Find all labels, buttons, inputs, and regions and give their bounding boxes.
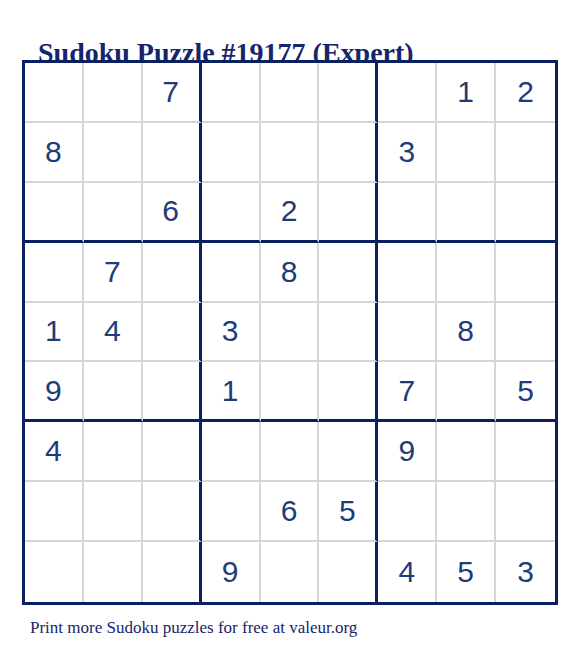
- cell-r2c6: [319, 123, 378, 183]
- cell-r8c2: [84, 482, 143, 542]
- cell-r5c4: 3: [202, 303, 261, 363]
- cell-r5c6: [319, 303, 378, 363]
- cell-r2c3: [143, 123, 202, 183]
- cell-r7c4: [202, 422, 261, 482]
- cell-r2c7: 3: [378, 123, 437, 183]
- cell-r8c9: [496, 482, 555, 542]
- cell-r9c6: [319, 542, 378, 602]
- cell-r4c8: [437, 243, 496, 303]
- cell-r3c4: [202, 183, 261, 243]
- cell-r8c3: [143, 482, 202, 542]
- cell-r1c5: [261, 63, 320, 123]
- cell-r6c9: 5: [496, 362, 555, 422]
- cell-r8c7: [378, 482, 437, 542]
- cell-r5c8: 8: [437, 303, 496, 363]
- cell-r7c3: [143, 422, 202, 482]
- cell-r9c9: 3: [496, 542, 555, 602]
- cell-r1c7: [378, 63, 437, 123]
- cell-r2c9: [496, 123, 555, 183]
- cell-r4c9: [496, 243, 555, 303]
- cell-r3c6: [319, 183, 378, 243]
- cell-r6c4: 1: [202, 362, 261, 422]
- cell-r3c7: [378, 183, 437, 243]
- cell-r7c1: 4: [25, 422, 84, 482]
- cell-r2c8: [437, 123, 496, 183]
- cell-r5c7: [378, 303, 437, 363]
- cell-r5c3: [143, 303, 202, 363]
- cell-r9c7: 4: [378, 542, 437, 602]
- cell-r4c3: [143, 243, 202, 303]
- cell-r3c1: [25, 183, 84, 243]
- cell-r6c3: [143, 362, 202, 422]
- cell-r4c5: 8: [261, 243, 320, 303]
- cell-r1c2: [84, 63, 143, 123]
- cell-r8c5: 6: [261, 482, 320, 542]
- cell-r1c6: [319, 63, 378, 123]
- cell-r5c9: [496, 303, 555, 363]
- cell-r5c1: 1: [25, 303, 84, 363]
- cell-r7c7: 9: [378, 422, 437, 482]
- cell-r2c4: [202, 123, 261, 183]
- cell-r9c3: [143, 542, 202, 602]
- cell-r1c1: [25, 63, 84, 123]
- cell-r4c6: [319, 243, 378, 303]
- cell-r7c2: [84, 422, 143, 482]
- cell-r4c1: [25, 243, 84, 303]
- cell-r6c6: [319, 362, 378, 422]
- cell-r3c3: 6: [143, 183, 202, 243]
- cell-r3c8: [437, 183, 496, 243]
- cell-r9c2: [84, 542, 143, 602]
- cell-r3c9: [496, 183, 555, 243]
- cell-r1c4: [202, 63, 261, 123]
- cell-r6c7: 7: [378, 362, 437, 422]
- cell-r3c5: 2: [261, 183, 320, 243]
- cell-r4c2: 7: [84, 243, 143, 303]
- cell-r9c1: [25, 542, 84, 602]
- cell-r7c8: [437, 422, 496, 482]
- cell-r9c4: 9: [202, 542, 261, 602]
- cell-r5c5: [261, 303, 320, 363]
- cell-r2c5: [261, 123, 320, 183]
- cell-r2c2: [84, 123, 143, 183]
- cell-r6c8: [437, 362, 496, 422]
- footer-text: Print more Sudoku puzzles for free at va…: [30, 618, 357, 638]
- cell-r3c2: [84, 183, 143, 243]
- cell-r2c1: 8: [25, 123, 84, 183]
- sudoku-board: 7128362781438917549659453: [22, 60, 558, 605]
- cell-r4c4: [202, 243, 261, 303]
- cell-r8c8: [437, 482, 496, 542]
- cell-r1c8: 1: [437, 63, 496, 123]
- cell-r6c5: [261, 362, 320, 422]
- cell-r8c4: [202, 482, 261, 542]
- cell-r9c8: 5: [437, 542, 496, 602]
- cell-r7c6: [319, 422, 378, 482]
- cell-r8c1: [25, 482, 84, 542]
- cell-r9c5: [261, 542, 320, 602]
- cell-r6c2: [84, 362, 143, 422]
- cell-r6c1: 9: [25, 362, 84, 422]
- cell-r8c6: 5: [319, 482, 378, 542]
- cell-r1c3: 7: [143, 63, 202, 123]
- cell-r7c9: [496, 422, 555, 482]
- cell-r5c2: 4: [84, 303, 143, 363]
- cell-r4c7: [378, 243, 437, 303]
- cell-r7c5: [261, 422, 320, 482]
- cell-r1c9: 2: [496, 63, 555, 123]
